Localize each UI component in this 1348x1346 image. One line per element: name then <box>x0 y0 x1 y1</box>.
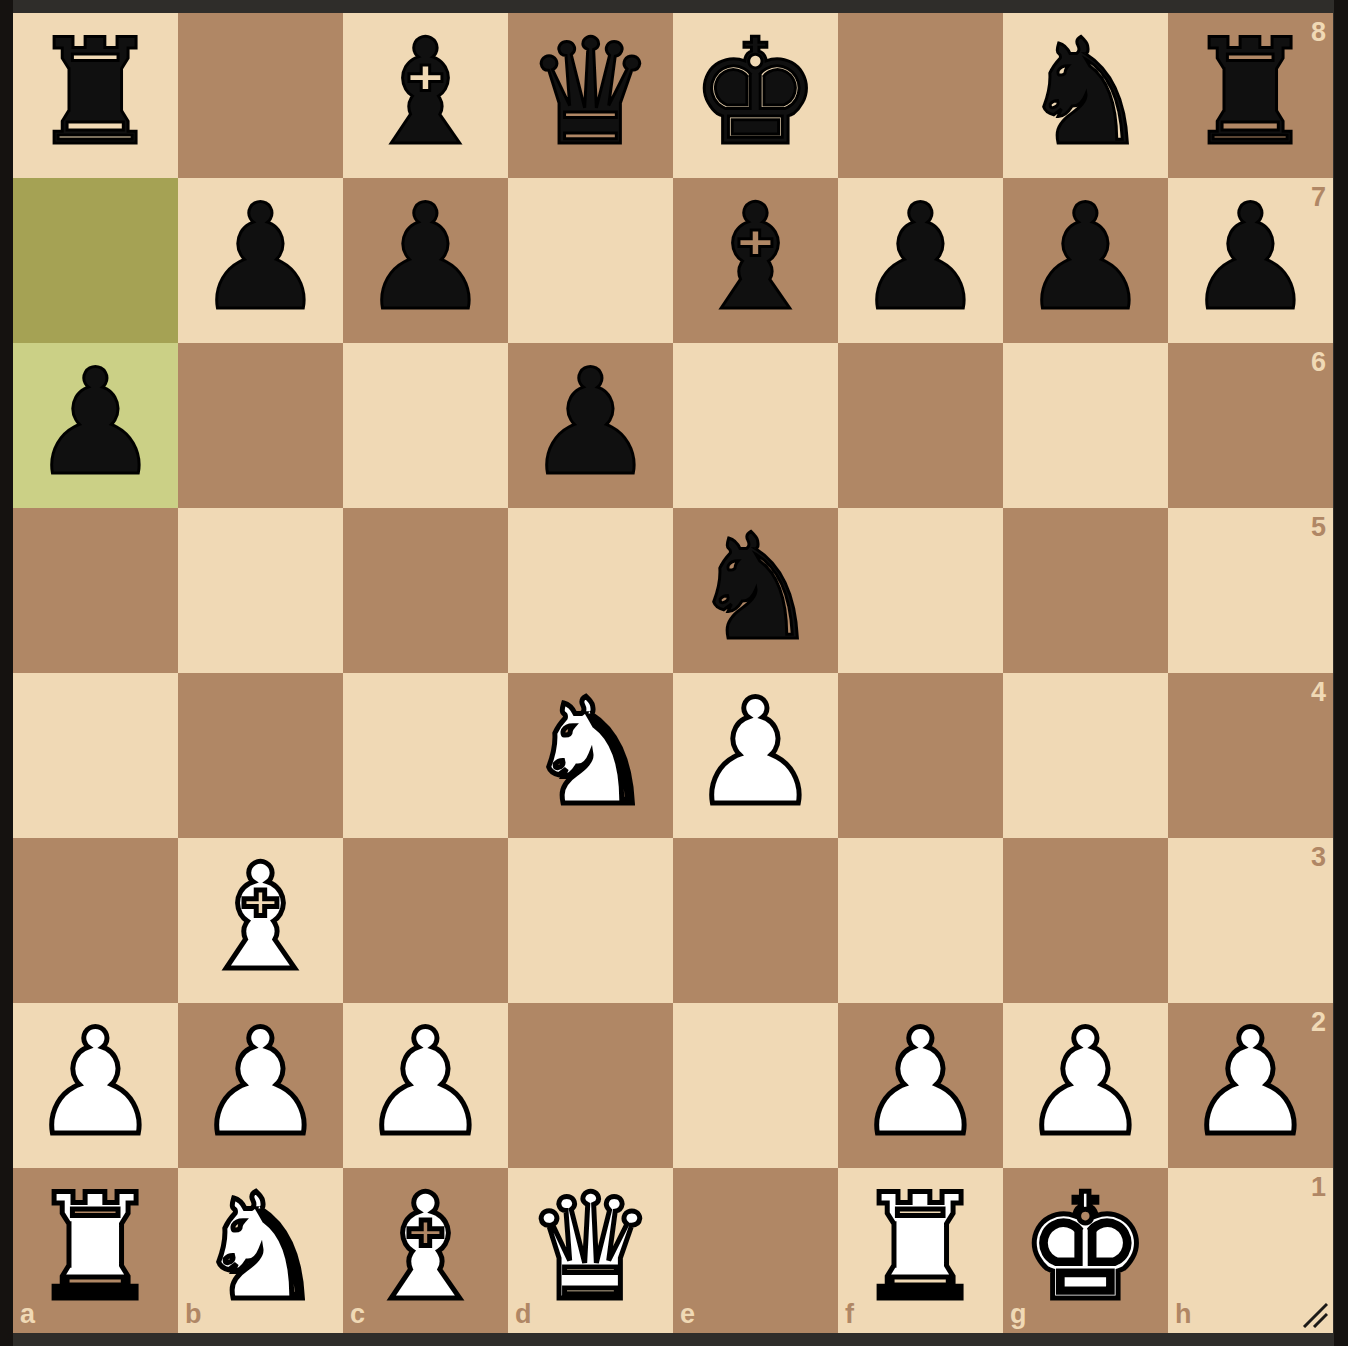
board-resize-handle-icon[interactable] <box>1302 1302 1328 1328</box>
black-bishop-piece[interactable]: ♝ <box>360 19 491 165</box>
file-label-h: h <box>1175 1299 1192 1330</box>
square-f8[interactable] <box>838 13 1003 178</box>
square-e7[interactable]: ♝ <box>673 178 838 343</box>
square-a2[interactable]: ♟ <box>13 1003 178 1168</box>
black-pawn-piece[interactable]: ♟ <box>525 349 656 495</box>
square-g7[interactable]: ♟ <box>1003 178 1168 343</box>
square-b6[interactable] <box>178 343 343 508</box>
square-e6[interactable] <box>673 343 838 508</box>
square-g4[interactable] <box>1003 673 1168 838</box>
white-queen-piece[interactable]: ♛ <box>525 1174 656 1320</box>
square-h2[interactable]: ♟2 <box>1168 1003 1333 1168</box>
file-label-e: e <box>680 1299 695 1330</box>
square-h4[interactable]: 4 <box>1168 673 1333 838</box>
square-f2[interactable]: ♟ <box>838 1003 1003 1168</box>
black-queen-piece[interactable]: ♛ <box>525 19 656 165</box>
square-a4[interactable] <box>13 673 178 838</box>
square-f7[interactable]: ♟ <box>838 178 1003 343</box>
white-pawn-piece[interactable]: ♟ <box>30 1009 161 1155</box>
square-e3[interactable] <box>673 838 838 1003</box>
white-pawn-piece[interactable]: ♟ <box>360 1009 491 1155</box>
square-a1[interactable]: ♜a <box>13 1168 178 1333</box>
square-g6[interactable] <box>1003 343 1168 508</box>
black-pawn-piece[interactable]: ♟ <box>1020 184 1151 330</box>
square-g8[interactable]: ♞ <box>1003 13 1168 178</box>
black-pawn-piece[interactable]: ♟ <box>360 184 491 330</box>
black-pawn-piece[interactable]: ♟ <box>855 184 986 330</box>
square-a5[interactable] <box>13 508 178 673</box>
black-pawn-piece[interactable]: ♟ <box>30 349 161 495</box>
square-e5[interactable]: ♞ <box>673 508 838 673</box>
square-c2[interactable]: ♟ <box>343 1003 508 1168</box>
square-g1[interactable]: ♚g <box>1003 1168 1168 1333</box>
square-f3[interactable] <box>838 838 1003 1003</box>
black-rook-piece[interactable]: ♜ <box>30 19 161 165</box>
white-knight-piece[interactable]: ♞ <box>195 1174 326 1320</box>
white-pawn-piece[interactable]: ♟ <box>855 1009 986 1155</box>
square-c3[interactable] <box>343 838 508 1003</box>
black-bishop-piece[interactable]: ♝ <box>690 184 821 330</box>
white-king-piece[interactable]: ♚ <box>1020 1174 1151 1320</box>
square-b2[interactable]: ♟ <box>178 1003 343 1168</box>
square-a7[interactable] <box>13 178 178 343</box>
square-c5[interactable] <box>343 508 508 673</box>
rank-label-5: 5 <box>1311 512 1326 543</box>
window-edge-right <box>1334 0 1348 1346</box>
square-b3[interactable]: ♝ <box>178 838 343 1003</box>
square-a3[interactable] <box>13 838 178 1003</box>
square-b7[interactable]: ♟ <box>178 178 343 343</box>
square-g5[interactable] <box>1003 508 1168 673</box>
square-d3[interactable] <box>508 838 673 1003</box>
square-d8[interactable]: ♛ <box>508 13 673 178</box>
square-d6[interactable]: ♟ <box>508 343 673 508</box>
chess-board: ♜♝♛♚♞♜8♟♟♝♟♟♟7♟♟6♞5♞♟4♝3♟♟♟♟♟♟2♜a♞b♝c♛de… <box>13 13 1333 1333</box>
square-c6[interactable] <box>343 343 508 508</box>
square-g2[interactable]: ♟ <box>1003 1003 1168 1168</box>
square-f1[interactable]: ♜f <box>838 1168 1003 1333</box>
square-g3[interactable] <box>1003 838 1168 1003</box>
square-b8[interactable] <box>178 13 343 178</box>
square-h7[interactable]: ♟7 <box>1168 178 1333 343</box>
black-knight-piece[interactable]: ♞ <box>1020 19 1151 165</box>
square-c1[interactable]: ♝c <box>343 1168 508 1333</box>
white-bishop-piece[interactable]: ♝ <box>195 844 326 990</box>
square-d4[interactable]: ♞ <box>508 673 673 838</box>
square-f4[interactable] <box>838 673 1003 838</box>
square-h5[interactable]: 5 <box>1168 508 1333 673</box>
rank-label-1: 1 <box>1311 1172 1326 1203</box>
white-pawn-piece[interactable]: ♟ <box>195 1009 326 1155</box>
square-e2[interactable] <box>673 1003 838 1168</box>
square-h8[interactable]: ♜8 <box>1168 13 1333 178</box>
square-h6[interactable]: 6 <box>1168 343 1333 508</box>
white-bishop-piece[interactable]: ♝ <box>360 1174 491 1320</box>
rank-label-4: 4 <box>1311 677 1326 708</box>
square-c8[interactable]: ♝ <box>343 13 508 178</box>
square-d7[interactable] <box>508 178 673 343</box>
square-d5[interactable] <box>508 508 673 673</box>
square-e8[interactable]: ♚ <box>673 13 838 178</box>
black-pawn-piece[interactable]: ♟ <box>1185 184 1316 330</box>
square-d2[interactable] <box>508 1003 673 1168</box>
square-e1[interactable]: e <box>673 1168 838 1333</box>
square-a8[interactable]: ♜ <box>13 13 178 178</box>
rank-label-3: 3 <box>1311 842 1326 873</box>
square-e4[interactable]: ♟ <box>673 673 838 838</box>
square-a6[interactable]: ♟ <box>13 343 178 508</box>
rank-label-6: 6 <box>1311 347 1326 378</box>
square-c7[interactable]: ♟ <box>343 178 508 343</box>
square-f5[interactable] <box>838 508 1003 673</box>
square-f6[interactable] <box>838 343 1003 508</box>
white-knight-piece[interactable]: ♞ <box>525 679 656 825</box>
square-b4[interactable] <box>178 673 343 838</box>
square-h3[interactable]: 3 <box>1168 838 1333 1003</box>
white-pawn-piece[interactable]: ♟ <box>1020 1009 1151 1155</box>
square-c4[interactable] <box>343 673 508 838</box>
black-rook-piece[interactable]: ♜ <box>1185 19 1316 165</box>
window-edge-left <box>0 0 13 1346</box>
white-pawn-piece[interactable]: ♟ <box>690 679 821 825</box>
square-d1[interactable]: ♛d <box>508 1168 673 1333</box>
black-king-piece[interactable]: ♚ <box>690 19 821 165</box>
white-pawn-piece[interactable]: ♟ <box>1185 1009 1316 1155</box>
white-rook-piece[interactable]: ♜ <box>30 1174 161 1320</box>
square-b1[interactable]: ♞b <box>178 1168 343 1333</box>
black-pawn-piece[interactable]: ♟ <box>195 184 326 330</box>
square-b5[interactable] <box>178 508 343 673</box>
black-knight-piece[interactable]: ♞ <box>690 514 821 660</box>
white-rook-piece[interactable]: ♜ <box>855 1174 986 1320</box>
file-label-f: f <box>845 1299 854 1330</box>
square-h1[interactable]: h1 <box>1168 1168 1333 1333</box>
